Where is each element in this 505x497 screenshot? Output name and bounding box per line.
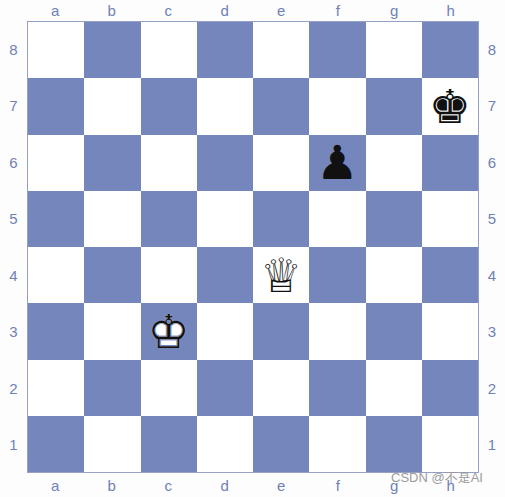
black-pawn-icon: ♟	[309, 135, 365, 191]
piece-black-pawn-f6[interactable]: ♟	[309, 135, 365, 191]
square-d5[interactable]	[197, 191, 253, 247]
square-b4[interactable]	[84, 247, 140, 303]
square-a5[interactable]	[28, 191, 84, 247]
file-label-top-b: b	[84, 0, 141, 21]
square-c5[interactable]	[141, 191, 197, 247]
square-a3[interactable]	[28, 303, 84, 359]
file-label-bottom-d: d	[197, 473, 254, 497]
rank-label-left-5: 5	[0, 191, 27, 248]
square-f7[interactable]	[309, 78, 365, 134]
rank-label-left-7: 7	[0, 78, 27, 135]
square-a1[interactable]	[28, 416, 84, 472]
watermark-text: CSDN @不是AI	[391, 469, 483, 487]
square-b1[interactable]	[84, 416, 140, 472]
piece-black-king-h7[interactable]: ♚	[422, 78, 478, 134]
rank-label-right-5: 5	[479, 191, 505, 248]
file-label-top-e: e	[253, 0, 310, 21]
square-g8[interactable]	[366, 22, 422, 78]
square-h5[interactable]	[422, 191, 478, 247]
square-h2[interactable]	[422, 360, 478, 416]
square-g6[interactable]	[366, 135, 422, 191]
file-label-bottom-e: e	[253, 473, 310, 497]
square-c2[interactable]	[141, 360, 197, 416]
square-e2[interactable]	[253, 360, 309, 416]
square-c3[interactable]: ♚♔	[141, 303, 197, 359]
rank-labels-right: 87654321	[479, 21, 505, 473]
square-h8[interactable]	[422, 22, 478, 78]
black-king-icon: ♚	[422, 78, 478, 134]
square-b5[interactable]	[84, 191, 140, 247]
square-e5[interactable]	[253, 191, 309, 247]
square-c1[interactable]	[141, 416, 197, 472]
square-f5[interactable]	[309, 191, 365, 247]
square-g5[interactable]	[366, 191, 422, 247]
square-b6[interactable]	[84, 135, 140, 191]
rank-label-right-6: 6	[479, 134, 505, 191]
rank-label-left-4: 4	[0, 247, 27, 304]
chessboard: ♚♟♛♕♚♔	[27, 21, 479, 473]
square-b3[interactable]	[84, 303, 140, 359]
square-h1[interactable]	[422, 416, 478, 472]
file-label-top-d: d	[197, 0, 254, 21]
square-f8[interactable]	[309, 22, 365, 78]
square-g4[interactable]	[366, 247, 422, 303]
rank-label-left-8: 8	[0, 21, 27, 78]
square-d3[interactable]	[197, 303, 253, 359]
file-label-top-h: h	[423, 0, 480, 21]
white-king-icon: ♔	[141, 303, 197, 359]
rank-label-right-4: 4	[479, 247, 505, 304]
rank-label-right-7: 7	[479, 78, 505, 135]
square-e6[interactable]	[253, 135, 309, 191]
rank-label-left-2: 2	[0, 360, 27, 417]
square-e3[interactable]	[253, 303, 309, 359]
square-d7[interactable]	[197, 78, 253, 134]
square-f1[interactable]	[309, 416, 365, 472]
file-label-top-a: a	[27, 0, 84, 21]
file-label-top-c: c	[140, 0, 197, 21]
square-c7[interactable]	[141, 78, 197, 134]
rank-label-right-2: 2	[479, 360, 505, 417]
square-e1[interactable]	[253, 416, 309, 472]
white-queen-icon: ♕	[253, 247, 309, 303]
square-e7[interactable]	[253, 78, 309, 134]
square-g3[interactable]	[366, 303, 422, 359]
square-d1[interactable]	[197, 416, 253, 472]
rank-label-right-8: 8	[479, 21, 505, 78]
square-c6[interactable]	[141, 135, 197, 191]
rank-label-left-6: 6	[0, 134, 27, 191]
file-labels-top: abcdefgh	[27, 0, 479, 21]
rank-labels-left: 87654321	[0, 21, 27, 473]
square-h7[interactable]: ♚	[422, 78, 478, 134]
piece-white-queen-e4[interactable]: ♛♕	[253, 247, 309, 303]
square-h3[interactable]	[422, 303, 478, 359]
square-f6[interactable]: ♟	[309, 135, 365, 191]
square-f4[interactable]	[309, 247, 365, 303]
square-h4[interactable]	[422, 247, 478, 303]
square-a6[interactable]	[28, 135, 84, 191]
square-a4[interactable]	[28, 247, 84, 303]
square-b8[interactable]	[84, 22, 140, 78]
square-e8[interactable]	[253, 22, 309, 78]
square-c4[interactable]	[141, 247, 197, 303]
square-b7[interactable]	[84, 78, 140, 134]
square-g7[interactable]	[366, 78, 422, 134]
file-label-bottom-a: a	[27, 473, 84, 497]
square-f2[interactable]	[309, 360, 365, 416]
rank-label-left-1: 1	[0, 417, 27, 474]
square-g1[interactable]	[366, 416, 422, 472]
square-b2[interactable]	[84, 360, 140, 416]
rank-label-right-3: 3	[479, 304, 505, 361]
file-label-bottom-b: b	[84, 473, 141, 497]
square-d4[interactable]	[197, 247, 253, 303]
file-label-top-g: g	[366, 0, 423, 21]
rank-label-left-3: 3	[0, 304, 27, 361]
file-label-top-f: f	[310, 0, 367, 21]
piece-white-king-c3[interactable]: ♚♔	[141, 303, 197, 359]
square-f3[interactable]	[309, 303, 365, 359]
file-label-bottom-c: c	[140, 473, 197, 497]
square-a2[interactable]	[28, 360, 84, 416]
square-a7[interactable]	[28, 78, 84, 134]
file-label-bottom-f: f	[310, 473, 367, 497]
square-d2[interactable]	[197, 360, 253, 416]
square-d8[interactable]	[197, 22, 253, 78]
square-h6[interactable]	[422, 135, 478, 191]
square-c8[interactable]	[141, 22, 197, 78]
square-g2[interactable]	[366, 360, 422, 416]
square-d6[interactable]	[197, 135, 253, 191]
square-e4[interactable]: ♛♕	[253, 247, 309, 303]
chess-position-screenshot: abcdefgh 87654321 ♚♟♛♕♚♔ 87654321 abcdef…	[0, 0, 505, 497]
square-a8[interactable]	[28, 22, 84, 78]
rank-label-right-1: 1	[479, 417, 505, 474]
